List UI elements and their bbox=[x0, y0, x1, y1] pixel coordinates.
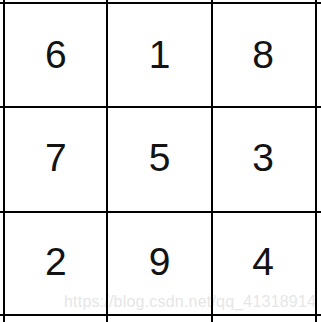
cell-r3c2: 9 bbox=[108, 210, 212, 314]
grid-line-vertical-right bbox=[315, 0, 317, 322]
cell-r3c1: 2 bbox=[4, 210, 108, 314]
cell-r2c1: 7 bbox=[4, 107, 108, 211]
cell-r2c2: 5 bbox=[108, 107, 212, 211]
cell-r3c3: 4 bbox=[211, 210, 315, 314]
cell-r1c3: 8 bbox=[211, 3, 315, 107]
grid-line-horizontal-bottom bbox=[0, 314, 321, 316]
magic-square-diagram: https://blog.csdn.net/qq_41318914 6 1 8 … bbox=[0, 0, 321, 322]
cell-r1c1: 6 bbox=[4, 3, 108, 107]
magic-square-board: 6 1 8 7 5 3 2 9 4 bbox=[4, 3, 315, 314]
cell-r1c2: 1 bbox=[108, 3, 212, 107]
cell-r2c3: 3 bbox=[211, 107, 315, 211]
